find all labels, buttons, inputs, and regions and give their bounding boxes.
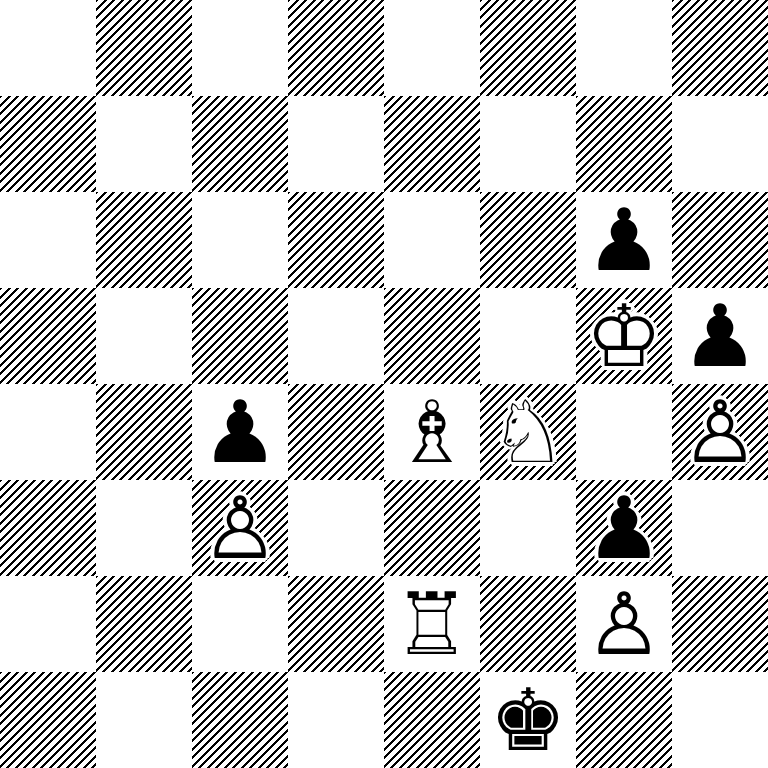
square-g3[interactable]: ♟ — [576, 480, 672, 576]
square-c1[interactable] — [192, 672, 288, 768]
chess-board: ♟♚♔♟♟♝♗♞♘♟♙♟♙♟♜♖♟♙♚ — [0, 0, 768, 768]
piece-fill-glyph: ♚ — [480, 672, 576, 768]
square-f7[interactable] — [480, 96, 576, 192]
square-h8[interactable] — [672, 0, 768, 96]
piece-black-king[interactable]: ♚ — [480, 672, 576, 768]
square-b4[interactable] — [96, 384, 192, 480]
piece-white-pawn[interactable]: ♟♙ — [192, 480, 288, 576]
square-e8[interactable] — [384, 0, 480, 96]
square-d1[interactable] — [288, 672, 384, 768]
square-a4[interactable] — [0, 384, 96, 480]
square-h3[interactable] — [672, 480, 768, 576]
piece-outline-glyph: ♗ — [384, 384, 480, 480]
piece-outline-glyph: ♙ — [576, 576, 672, 672]
piece-fill-glyph: ♟ — [192, 384, 288, 480]
square-h2[interactable] — [672, 576, 768, 672]
square-e3[interactable] — [384, 480, 480, 576]
square-e7[interactable] — [384, 96, 480, 192]
square-a8[interactable] — [0, 0, 96, 96]
square-c6[interactable] — [192, 192, 288, 288]
piece-outline-glyph: ♘ — [480, 384, 576, 480]
square-a6[interactable] — [0, 192, 96, 288]
square-g5[interactable]: ♚♔ — [576, 288, 672, 384]
piece-black-pawn[interactable]: ♟ — [192, 384, 288, 480]
square-d7[interactable] — [288, 96, 384, 192]
piece-outline-glyph: ♙ — [192, 480, 288, 576]
square-d2[interactable] — [288, 576, 384, 672]
square-g4[interactable] — [576, 384, 672, 480]
piece-white-rook[interactable]: ♜♖ — [384, 576, 480, 672]
square-e5[interactable] — [384, 288, 480, 384]
square-c3[interactable]: ♟♙ — [192, 480, 288, 576]
square-f4[interactable]: ♞♘ — [480, 384, 576, 480]
square-g2[interactable]: ♟♙ — [576, 576, 672, 672]
square-b6[interactable] — [96, 192, 192, 288]
square-a5[interactable] — [0, 288, 96, 384]
piece-white-king[interactable]: ♚♔ — [576, 288, 672, 384]
square-c7[interactable] — [192, 96, 288, 192]
square-c5[interactable] — [192, 288, 288, 384]
square-f6[interactable] — [480, 192, 576, 288]
square-d4[interactable] — [288, 384, 384, 480]
square-f2[interactable] — [480, 576, 576, 672]
square-d6[interactable] — [288, 192, 384, 288]
piece-fill-glyph: ♟ — [672, 288, 768, 384]
square-b7[interactable] — [96, 96, 192, 192]
piece-black-pawn[interactable]: ♟ — [576, 480, 672, 576]
square-g1[interactable] — [576, 672, 672, 768]
square-d3[interactable] — [288, 480, 384, 576]
square-f8[interactable] — [480, 0, 576, 96]
square-h5[interactable]: ♟ — [672, 288, 768, 384]
square-e4[interactable]: ♝♗ — [384, 384, 480, 480]
square-c4[interactable]: ♟ — [192, 384, 288, 480]
square-c8[interactable] — [192, 0, 288, 96]
square-c2[interactable] — [192, 576, 288, 672]
piece-outline-glyph: ♔ — [576, 288, 672, 384]
square-e2[interactable]: ♜♖ — [384, 576, 480, 672]
square-b8[interactable] — [96, 0, 192, 96]
square-d5[interactable] — [288, 288, 384, 384]
square-e6[interactable] — [384, 192, 480, 288]
square-f3[interactable] — [480, 480, 576, 576]
square-h4[interactable]: ♟♙ — [672, 384, 768, 480]
square-b5[interactable] — [96, 288, 192, 384]
square-b1[interactable] — [96, 672, 192, 768]
square-g6[interactable]: ♟ — [576, 192, 672, 288]
square-f5[interactable] — [480, 288, 576, 384]
piece-white-pawn[interactable]: ♟♙ — [672, 384, 768, 480]
square-h6[interactable] — [672, 192, 768, 288]
piece-white-bishop[interactable]: ♝♗ — [384, 384, 480, 480]
piece-fill-glyph: ♟ — [576, 480, 672, 576]
square-g7[interactable] — [576, 96, 672, 192]
piece-black-pawn[interactable]: ♟ — [672, 288, 768, 384]
square-a1[interactable] — [0, 672, 96, 768]
square-g8[interactable] — [576, 0, 672, 96]
square-b2[interactable] — [96, 576, 192, 672]
piece-outline-glyph: ♖ — [384, 576, 480, 672]
square-a2[interactable] — [0, 576, 96, 672]
square-e1[interactable] — [384, 672, 480, 768]
square-a7[interactable] — [0, 96, 96, 192]
piece-black-pawn[interactable]: ♟ — [576, 192, 672, 288]
square-b3[interactable] — [96, 480, 192, 576]
piece-white-pawn[interactable]: ♟♙ — [576, 576, 672, 672]
square-a3[interactable] — [0, 480, 96, 576]
square-d8[interactable] — [288, 0, 384, 96]
square-h1[interactable] — [672, 672, 768, 768]
square-h7[interactable] — [672, 96, 768, 192]
piece-outline-glyph: ♙ — [672, 384, 768, 480]
piece-white-knight[interactable]: ♞♘ — [480, 384, 576, 480]
piece-fill-glyph: ♟ — [576, 192, 672, 288]
square-f1[interactable]: ♚ — [480, 672, 576, 768]
